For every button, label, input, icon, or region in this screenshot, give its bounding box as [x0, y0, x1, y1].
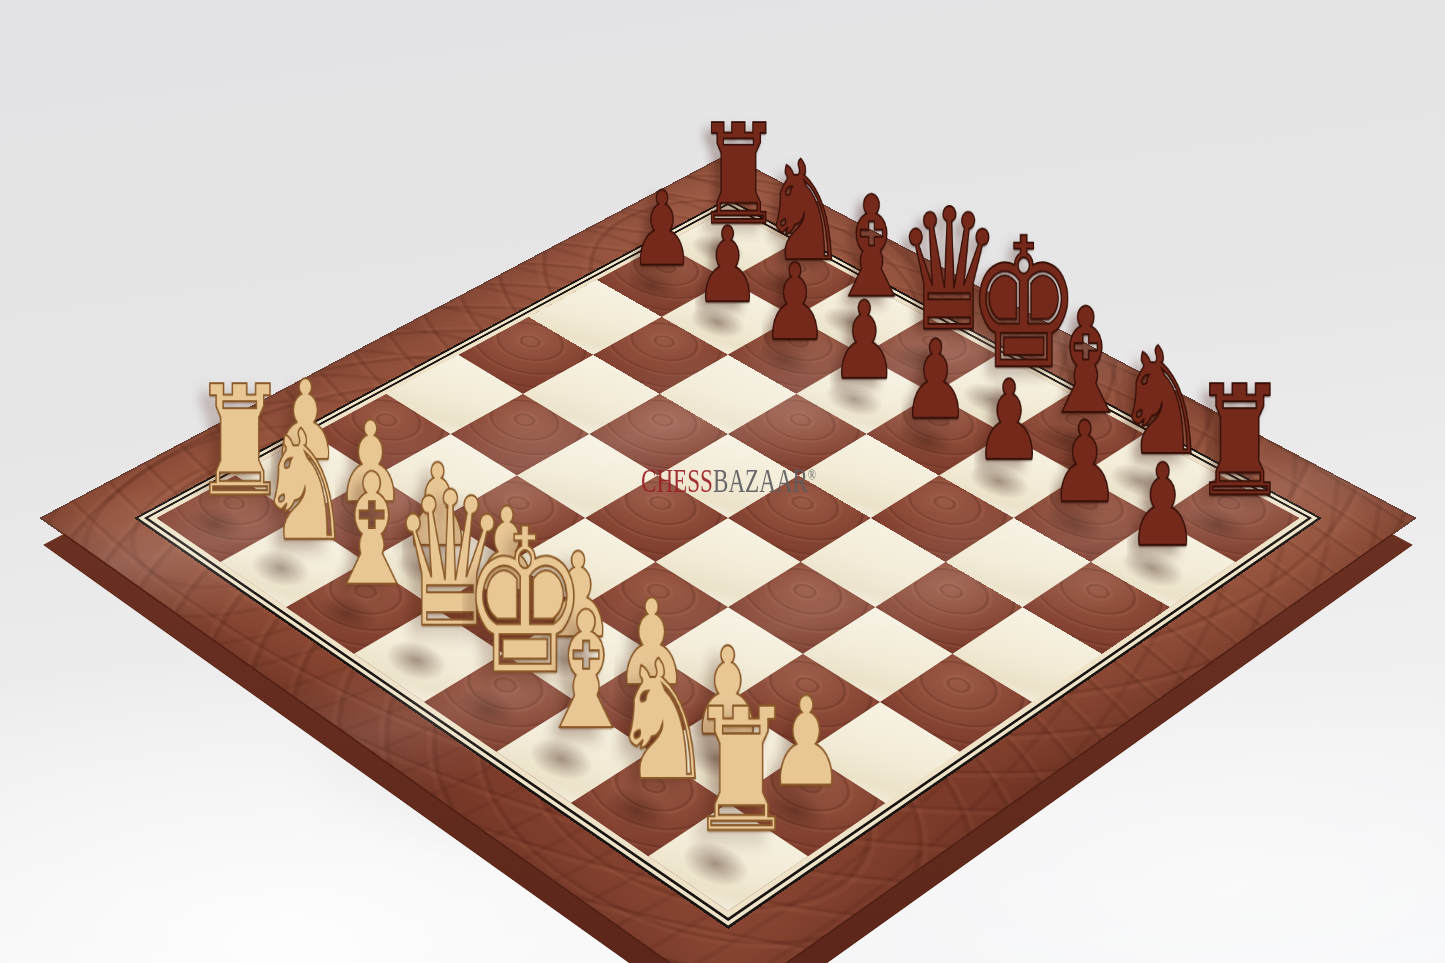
- piece-white-knight-g1: ♞: [610, 638, 688, 803]
- board-grid: ♜♞♝♛♚♝♞♜♟♟♟♟♟♟♟♟♟♟♟♟♟♟♟♟♜♞♝♛♚♝♞♜: [156, 209, 1299, 911]
- piece-red-pawn-h7: ♟: [1127, 448, 1199, 562]
- watermark-chess-text: CHESS: [641, 462, 713, 499]
- piece-red-pawn-a7: ♟: [629, 177, 694, 280]
- piece-white-bishop-f1: ♝: [535, 589, 611, 751]
- piece-white-rook-a1: ♜: [192, 366, 263, 518]
- piece-red-pawn-b7: ♟: [695, 212, 761, 316]
- watermark-bazaar-text: BAZAAR: [713, 462, 808, 499]
- piece-red-pawn-f7: ♟: [974, 365, 1044, 475]
- piece-red-pawn-c7: ♟: [761, 249, 828, 355]
- chess-board: ♜♞♝♛♚♝♞♜♟♟♟♟♟♟♟♟♟♟♟♟♟♟♟♟♜♞♝♛♚♝♞♜: [42, 155, 1414, 963]
- registered-trademark-icon: ®: [808, 466, 816, 483]
- piece-white-bishop-c1: ♝: [323, 452, 396, 607]
- piece-white-rook-h1: ♜: [688, 686, 767, 856]
- piece-white-queen-d1: ♛: [391, 467, 465, 653]
- piece-white-king-e1: ♚: [462, 501, 537, 701]
- square-g6: [945, 518, 1090, 607]
- piece-red-pawn-d7: ♟: [830, 286, 898, 393]
- chessbazaar-watermark: CHESSBAZAAR®: [641, 462, 816, 500]
- piece-white-knight-b1: ♞: [257, 409, 329, 561]
- board-border: ♜♞♝♛♚♝♞♜♟♟♟♟♟♟♟♟♟♟♟♟♟♟♟♟♜♞♝♛♚♝♞♜: [42, 155, 1414, 963]
- piece-red-pawn-g7: ♟: [1049, 406, 1120, 518]
- photo-backdrop: ♜♞♝♛♚♝♞♜♟♟♟♟♟♟♟♟♟♟♟♟♟♟♟♟♜♞♝♛♚♝♞♜ CHESSBA…: [0, 0, 1445, 963]
- piece-red-pawn-e7: ♟: [901, 325, 970, 434]
- piece-red-rook-h8: ♜: [1192, 366, 1263, 518]
